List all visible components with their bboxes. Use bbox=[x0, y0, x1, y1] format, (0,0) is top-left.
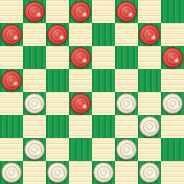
square-r1c1-light bbox=[0, 0, 23, 23]
piece-highlight bbox=[151, 35, 156, 40]
square-r2c6-light bbox=[115, 23, 138, 46]
square-r4c3-dark[interactable] bbox=[46, 69, 69, 92]
red-checker-piece[interactable] bbox=[1, 24, 22, 45]
white-checker-piece[interactable] bbox=[47, 162, 68, 183]
checkers-board bbox=[0, 0, 184, 184]
piece-highlight bbox=[174, 58, 179, 63]
white-checker-piece[interactable] bbox=[24, 139, 45, 160]
square-r4c8-light bbox=[161, 69, 184, 92]
square-r4c1-dark[interactable] bbox=[0, 69, 23, 92]
white-checker-piece[interactable] bbox=[116, 139, 137, 160]
square-r8c6-light bbox=[115, 161, 138, 184]
piece-highlight bbox=[151, 173, 156, 178]
square-r2c3-dark[interactable] bbox=[46, 23, 69, 46]
white-checker-piece[interactable] bbox=[162, 93, 183, 114]
square-r5c7-light bbox=[138, 92, 161, 115]
square-r4c5-dark[interactable] bbox=[92, 69, 115, 92]
square-r2c8-light bbox=[161, 23, 184, 46]
square-r8c3-dark[interactable] bbox=[46, 161, 69, 184]
square-r2c5-dark[interactable] bbox=[92, 23, 115, 46]
square-r5c1-light bbox=[0, 92, 23, 115]
piece-highlight bbox=[36, 150, 41, 155]
square-r8c2-light bbox=[23, 161, 46, 184]
piece-highlight bbox=[59, 35, 64, 40]
square-r5c5-light bbox=[92, 92, 115, 115]
square-r8c4-light bbox=[69, 161, 92, 184]
square-r7c7-light bbox=[138, 138, 161, 161]
square-r8c7-dark[interactable] bbox=[138, 161, 161, 184]
square-r7c2-dark[interactable] bbox=[23, 138, 46, 161]
square-r5c3-light bbox=[46, 92, 69, 115]
square-r3c2-dark[interactable] bbox=[23, 46, 46, 69]
square-r4c4-light bbox=[69, 69, 92, 92]
square-r7c4-dark[interactable] bbox=[69, 138, 92, 161]
square-r5c6-dark[interactable] bbox=[115, 92, 138, 115]
white-checker-piece[interactable] bbox=[139, 116, 160, 137]
piece-highlight bbox=[82, 104, 87, 109]
red-checker-piece[interactable] bbox=[70, 1, 91, 22]
square-r8c5-dark[interactable] bbox=[92, 161, 115, 184]
piece-highlight bbox=[13, 173, 18, 178]
square-r6c8-light bbox=[161, 115, 184, 138]
red-checker-piece[interactable] bbox=[70, 93, 91, 114]
square-r8c1-dark[interactable] bbox=[0, 161, 23, 184]
square-r3c1-light bbox=[0, 46, 23, 69]
white-checker-piece[interactable] bbox=[24, 93, 45, 114]
square-r3c6-dark[interactable] bbox=[115, 46, 138, 69]
square-r3c8-dark[interactable] bbox=[161, 46, 184, 69]
piece-highlight bbox=[36, 12, 41, 17]
red-checker-piece[interactable] bbox=[116, 1, 137, 22]
piece-highlight bbox=[82, 12, 87, 17]
square-r7c1-light bbox=[0, 138, 23, 161]
square-r3c4-dark[interactable] bbox=[69, 46, 92, 69]
square-r2c4-light bbox=[69, 23, 92, 46]
square-r1c8-dark[interactable] bbox=[161, 0, 184, 23]
piece-highlight bbox=[128, 12, 133, 17]
square-r6c3-dark[interactable] bbox=[46, 115, 69, 138]
square-r2c1-dark[interactable] bbox=[0, 23, 23, 46]
square-r1c5-light bbox=[92, 0, 115, 23]
square-r6c7-dark[interactable] bbox=[138, 115, 161, 138]
square-r2c7-dark[interactable] bbox=[138, 23, 161, 46]
piece-highlight bbox=[128, 150, 133, 155]
square-r5c4-dark[interactable] bbox=[69, 92, 92, 115]
white-checker-piece[interactable] bbox=[93, 162, 114, 183]
piece-highlight bbox=[151, 127, 156, 132]
square-r5c2-dark[interactable] bbox=[23, 92, 46, 115]
square-r3c7-light bbox=[138, 46, 161, 69]
square-r6c1-dark[interactable] bbox=[0, 115, 23, 138]
square-r2c2-light bbox=[23, 23, 46, 46]
square-r4c2-light bbox=[23, 69, 46, 92]
red-checker-piece[interactable] bbox=[1, 70, 22, 91]
piece-highlight bbox=[36, 104, 41, 109]
square-r5c8-dark[interactable] bbox=[161, 92, 184, 115]
red-checker-piece[interactable] bbox=[47, 24, 68, 45]
square-r3c3-light bbox=[46, 46, 69, 69]
square-r1c2-dark[interactable] bbox=[23, 0, 46, 23]
red-checker-piece[interactable] bbox=[139, 24, 160, 45]
square-r4c6-light bbox=[115, 69, 138, 92]
square-r4c7-dark[interactable] bbox=[138, 69, 161, 92]
square-r7c3-light bbox=[46, 138, 69, 161]
square-r7c5-light bbox=[92, 138, 115, 161]
piece-highlight bbox=[13, 81, 18, 86]
square-r1c7-light bbox=[138, 0, 161, 23]
piece-highlight bbox=[59, 173, 64, 178]
red-checker-piece[interactable] bbox=[162, 47, 183, 68]
square-r8c8-light bbox=[161, 161, 184, 184]
red-checker-piece[interactable] bbox=[24, 1, 45, 22]
square-r3c5-light bbox=[92, 46, 115, 69]
square-r1c6-dark[interactable] bbox=[115, 0, 138, 23]
square-r6c4-light bbox=[69, 115, 92, 138]
white-checker-piece[interactable] bbox=[1, 162, 22, 183]
piece-highlight bbox=[174, 104, 179, 109]
square-r1c3-light bbox=[46, 0, 69, 23]
red-checker-piece[interactable] bbox=[70, 47, 91, 68]
piece-highlight bbox=[128, 104, 133, 109]
square-r6c5-dark[interactable] bbox=[92, 115, 115, 138]
square-r7c6-dark[interactable] bbox=[115, 138, 138, 161]
square-r6c2-light bbox=[23, 115, 46, 138]
piece-highlight bbox=[13, 35, 18, 40]
square-r1c4-dark[interactable] bbox=[69, 0, 92, 23]
square-r6c6-light bbox=[115, 115, 138, 138]
piece-highlight bbox=[105, 173, 110, 178]
piece-highlight bbox=[82, 58, 87, 63]
square-r7c8-dark[interactable] bbox=[161, 138, 184, 161]
white-checker-piece[interactable] bbox=[139, 162, 160, 183]
white-checker-piece[interactable] bbox=[116, 93, 137, 114]
